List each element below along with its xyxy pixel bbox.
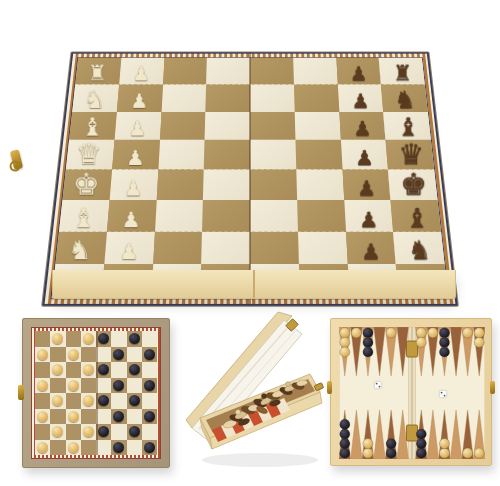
black-knight: ♞ (395, 88, 416, 112)
light-checker (52, 395, 63, 406)
checkers-square-r8c2 (50, 440, 65, 456)
light-checker (52, 426, 63, 437)
checkers-square-r2c3 (66, 347, 81, 363)
white-pawn: ♟ (132, 64, 150, 84)
light-checker (68, 442, 79, 453)
open-box-illustration (172, 300, 328, 472)
white-bishop: ♝ (81, 115, 104, 140)
chess-square-r1c5 (250, 58, 294, 84)
dark-checker (386, 448, 396, 458)
chess-square-r3c3 (160, 112, 206, 140)
chess-square-r5c8: ♚ (388, 169, 437, 199)
checkers-square-r5c8 (142, 393, 157, 409)
dark-checker (439, 328, 449, 338)
chess-square-r7c5 (250, 231, 299, 264)
chess-square-r5c3 (156, 169, 204, 199)
checkers-square-r7c7 (127, 424, 142, 440)
checkers-square-r6c2 (50, 409, 65, 425)
white-knight: ♞ (84, 88, 105, 112)
black-pawn: ♟ (354, 119, 372, 139)
light-checker (363, 448, 373, 458)
brass-hinge-icon-2 (407, 425, 418, 441)
checkers-square-r6c5 (96, 409, 111, 425)
light-checker (340, 328, 350, 338)
light-checker (83, 395, 94, 406)
chess-square-r4c1: ♛ (66, 140, 114, 169)
checkers-square-r6c7 (127, 409, 142, 425)
black-pawn: ♟ (356, 148, 375, 169)
chess-square-r6c8: ♝ (391, 200, 441, 232)
chess-square-r2c6 (294, 84, 339, 111)
chess-square-r7c4 (201, 231, 250, 264)
dark-checker (113, 442, 124, 453)
chess-square-r2c4 (206, 84, 250, 111)
chess-square-r1c8: ♜ (379, 58, 425, 84)
checkers-square-r8c3 (66, 440, 81, 456)
white-queen: ♛ (76, 141, 102, 170)
chess-square-r2c8: ♞ (381, 84, 428, 111)
white-pawn: ♟ (121, 209, 140, 230)
checkers-square-r7c8 (142, 424, 157, 440)
dark-checker (113, 411, 124, 422)
light-checker (474, 337, 484, 347)
chess-square-r7c8: ♞ (393, 231, 444, 264)
light-checker (37, 380, 48, 391)
dark-checker (144, 442, 155, 453)
checkers-square-r2c4 (81, 347, 96, 363)
black-pawn: ♟ (362, 242, 382, 264)
light-checker (340, 337, 350, 347)
dark-checker (340, 419, 350, 429)
light-checker (474, 448, 484, 458)
white-pawn: ♟ (119, 242, 139, 264)
checkers-square-r6c8 (142, 409, 157, 425)
dark-checker (439, 337, 449, 347)
checkers-square-r3c7 (127, 362, 142, 378)
checkers-square-r4c2 (50, 378, 65, 394)
black-rook: ♜ (393, 63, 412, 84)
checkers-square-r2c7 (127, 347, 142, 363)
white-pawn: ♟ (128, 119, 146, 139)
light-checker (351, 328, 361, 338)
checkers-square-r4c5 (96, 378, 111, 394)
die-pip (444, 395, 446, 397)
chess-square-r5c5 (250, 169, 297, 199)
chess-square-r1c4 (206, 58, 250, 84)
white-bishop: ♝ (71, 204, 95, 231)
light-checker (37, 442, 48, 453)
light-checker (83, 426, 94, 437)
checkers-square-r8c1 (35, 440, 50, 456)
white-knight: ♞ (68, 238, 91, 264)
checkers-square-r2c8 (142, 347, 157, 363)
chess-square-r6c7: ♟ (344, 200, 393, 232)
chess-square-r2c5 (250, 84, 294, 111)
chess-square-r4c8: ♛ (386, 140, 434, 169)
checkers-square-r5c2 (50, 393, 65, 409)
light-checker (37, 349, 48, 360)
dark-checker (98, 426, 109, 437)
chess-square-r2c7: ♟ (337, 84, 383, 111)
checkers-square-r1c1 (35, 331, 50, 347)
chess-square-r5c7: ♟ (342, 169, 391, 199)
checkers-square-r4c7 (127, 378, 142, 394)
checkers-square-r4c1 (35, 378, 50, 394)
chess-square-r3c8: ♝ (383, 112, 431, 140)
chess-square-r3c6 (294, 112, 340, 140)
chess-board-frame: ♜♟♟♜♞♟♟♞♝♟♟♝♛♟♟♛♚♟♟♚♝♟♟♝♞♟♟♞♜♟♟♜ (41, 52, 459, 307)
backgammon-field (339, 327, 483, 463)
checkers-square-r8c8 (142, 440, 157, 456)
dark-checker (144, 380, 155, 391)
chess-square-r5c2: ♟ (109, 169, 158, 199)
black-bishop: ♝ (397, 115, 420, 140)
checkers-square-r4c8 (142, 378, 157, 394)
black-pawn: ♟ (352, 91, 370, 111)
checkers-square-r1c3 (66, 331, 81, 347)
checkers-square-r3c1 (35, 362, 50, 378)
checkers-square-r2c1 (35, 347, 50, 363)
dark-checker (340, 448, 350, 458)
black-pawn: ♟ (350, 64, 368, 84)
checkers-square-r2c5 (96, 347, 111, 363)
chess-square-r5c4 (203, 169, 250, 199)
black-queen: ♛ (398, 141, 424, 170)
black-pawn: ♟ (358, 178, 377, 199)
chess-square-r6c3 (154, 200, 203, 232)
dark-checker (439, 347, 449, 357)
checkers-square-r4c3 (66, 378, 81, 394)
dark-checker (416, 448, 426, 458)
dark-checker (363, 347, 373, 357)
chess-square-r3c2: ♟ (114, 112, 161, 140)
dark-checker (113, 349, 124, 360)
chess-square-r3c4 (205, 112, 250, 140)
checkers-square-r5c7 (127, 393, 142, 409)
chess-square-r2c1: ♞ (72, 84, 119, 111)
dark-checker (363, 328, 373, 338)
dark-checker (129, 395, 140, 406)
checkers-board-view (22, 318, 170, 468)
chess-square-r3c5 (250, 112, 295, 140)
checkers-square-r3c6 (111, 362, 126, 378)
die-2 (439, 390, 446, 397)
dark-checker (416, 429, 426, 439)
chess-square-r1c7: ♟ (336, 58, 381, 84)
chess-square-r7c6 (298, 231, 348, 264)
dark-checker (363, 337, 373, 347)
light-checker (68, 349, 79, 360)
light-checker (463, 328, 473, 338)
checkers-square-r2c6 (111, 347, 126, 363)
checkers-square-r3c8 (142, 362, 157, 378)
light-checker (463, 448, 473, 458)
light-checker (439, 448, 449, 458)
dark-checker (129, 364, 140, 375)
black-pawn: ♟ (360, 209, 379, 230)
dark-checker (98, 333, 109, 344)
checkers-square-r5c1 (35, 393, 50, 409)
checkers-square-r3c5 (96, 362, 111, 378)
chess-square-r3c7: ♟ (339, 112, 386, 140)
light-checker (83, 364, 94, 375)
backgammon-interior (339, 327, 485, 459)
checkers-square-r1c5 (96, 331, 111, 347)
checkers-square-r6c1 (35, 409, 50, 425)
chess-square-r1c3 (163, 58, 207, 84)
chess-square-r6c4 (202, 200, 250, 232)
light-checker (474, 328, 484, 338)
dark-checker (113, 380, 124, 391)
chess-square-r6c1: ♝ (59, 200, 109, 232)
checkers-square-r4c4 (81, 378, 96, 394)
checkers-square-r2c2 (50, 347, 65, 363)
dark-checker (98, 395, 109, 406)
checkers-square-r7c1 (35, 424, 50, 440)
brass-clasp-icon (10, 149, 23, 170)
checkers-square-r6c3 (66, 409, 81, 425)
checkers-square-r5c4 (81, 393, 96, 409)
chess-square-r1c2: ♟ (119, 58, 164, 84)
dark-checker (129, 333, 140, 344)
checkers-square-r8c4 (81, 440, 96, 456)
dark-checker (340, 439, 350, 449)
checkers-square-r8c5 (96, 440, 111, 456)
white-pawn: ♟ (130, 91, 148, 111)
product-photo: ♜♟♟♜♞♟♟♞♝♟♟♝♛♟♟♛♚♟♟♚♝♟♟♝♞♟♟♞♜♟♟♜ (0, 0, 500, 486)
checkers-square-r6c4 (81, 409, 96, 425)
brass-hinge-icon-1 (407, 341, 418, 357)
white-pawn: ♟ (126, 148, 145, 169)
brass-clasp-icon (490, 381, 495, 394)
light-checker (439, 439, 449, 449)
checkers-square-r3c3 (66, 362, 81, 378)
chess-square-r2c2: ♟ (117, 84, 163, 111)
chess-square-r7c1: ♞ (55, 231, 106, 264)
checkers-square-r1c6 (111, 331, 126, 347)
chess-square-r1c1: ♜ (75, 58, 121, 84)
checkers-square-r7c4 (81, 424, 96, 440)
light-checker (416, 328, 426, 338)
brass-clasp-icon (327, 381, 332, 394)
checkers-square-r7c2 (50, 424, 65, 440)
die-pip (379, 386, 381, 388)
checkers-square-r1c4 (81, 331, 96, 347)
black-knight: ♞ (408, 238, 431, 264)
checkers-square-r3c2 (50, 362, 65, 378)
light-checker (68, 380, 79, 391)
light-checker (83, 333, 94, 344)
checkers-square-r1c8 (142, 331, 157, 347)
light-checker (363, 439, 373, 449)
dark-checker (386, 439, 396, 449)
checkers-square-r8c6 (111, 440, 126, 456)
chess-square-r2c3 (161, 84, 206, 111)
light-checker (52, 333, 63, 344)
chess-square-r4c3 (158, 140, 205, 169)
light-checker (416, 337, 426, 347)
dark-checker (129, 426, 140, 437)
checkers-fold-seam (96, 331, 98, 455)
light-checker (340, 347, 350, 357)
folding-chess-board: ♜♟♟♜♞♟♟♞♝♟♟♝♛♟♟♛♚♟♟♚♝♟♟♝♞♟♟♞♜♟♟♜ (41, 52, 459, 307)
backgammon-board-view (330, 318, 492, 466)
dark-checker (98, 364, 109, 375)
checkers-inlay-border (31, 327, 161, 459)
chess-square-r5c6 (296, 169, 344, 199)
chess-square-r4c6 (295, 140, 342, 169)
die-1 (374, 381, 381, 388)
checkers-square-r3c4 (81, 362, 96, 378)
black-bishop: ♝ (405, 204, 429, 231)
checkers-square-r5c5 (96, 393, 111, 409)
chess-square-r6c2: ♟ (107, 200, 156, 232)
chess-square-r7c2: ♟ (104, 231, 154, 264)
checkers-square-r7c5 (96, 424, 111, 440)
dark-checker (144, 411, 155, 422)
checkers-square-r5c3 (66, 393, 81, 409)
light-checker (428, 328, 438, 338)
black-king: ♚ (400, 169, 427, 199)
open-box-view (172, 300, 328, 472)
chess-square-r4c5 (250, 140, 296, 169)
chess-square-r3c1: ♝ (69, 112, 117, 140)
light-checker (386, 328, 396, 338)
white-rook: ♜ (88, 63, 107, 84)
checkers-square-r7c3 (66, 424, 81, 440)
chess-square-r7c3 (153, 231, 203, 264)
chess-square-r7c7: ♟ (346, 231, 396, 264)
chess-square-r4c7: ♟ (340, 140, 388, 169)
checkers-square-r8c7 (127, 440, 142, 456)
box-shadow (202, 453, 318, 467)
light-checker (68, 411, 79, 422)
light-checker (37, 411, 48, 422)
die-pip (376, 383, 378, 385)
checkers-square-r7c6 (111, 424, 126, 440)
chess-square-r6c5 (250, 200, 298, 232)
brass-clasp-icon (18, 385, 24, 400)
chess-square-r5c1: ♚ (62, 169, 111, 199)
checkers-square-r1c2 (50, 331, 65, 347)
chess-square-r4c2: ♟ (112, 140, 160, 169)
chess-square-r6c6 (297, 200, 346, 232)
checkers-square-r5c6 (111, 393, 126, 409)
checkers-square-r6c6 (111, 409, 126, 425)
white-king: ♚ (73, 169, 100, 199)
dark-checker (416, 439, 426, 449)
chess-board-view: ♜♟♟♜♞♟♟♞♝♟♟♝♛♟♟♛♚♟♟♚♝♟♟♝♞♟♟♞♜♟♟♜ (40, 8, 460, 308)
chess-square-r4c4 (204, 140, 250, 169)
white-pawn: ♟ (124, 178, 143, 199)
checkers-square-r1c7 (127, 331, 142, 347)
checkers-square-r4c6 (111, 378, 126, 394)
light-checker (52, 364, 63, 375)
chess-square-r1c6 (293, 58, 337, 84)
dark-checker (340, 429, 350, 439)
dark-checker (144, 349, 155, 360)
board-front-edge (52, 270, 456, 299)
die-pip (441, 392, 443, 394)
